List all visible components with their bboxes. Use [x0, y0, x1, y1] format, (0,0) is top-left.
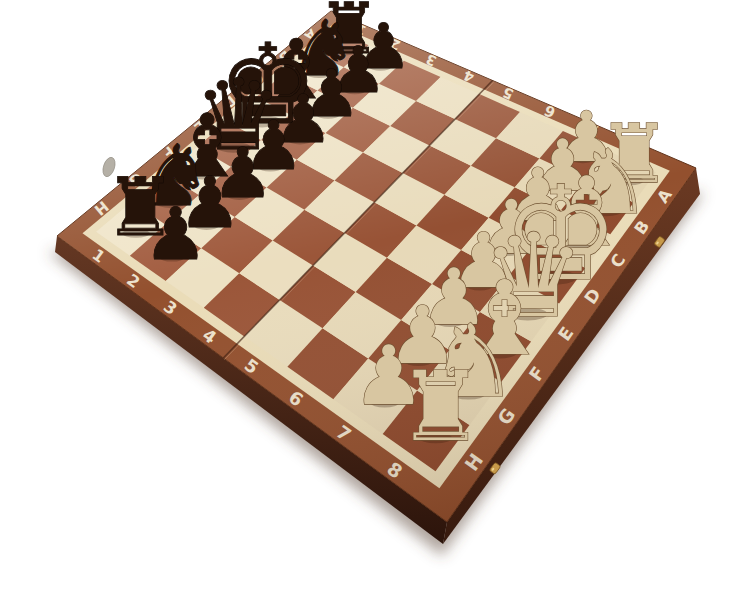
piece-white-rook-h8: ♜	[397, 351, 483, 463]
chess-board-scene: 1234567812345678HGFEDCBAHGFEDCBA♜♟♞♟♝♟♚♟…	[0, 0, 748, 589]
chess-set-photo: 1234567812345678HGFEDCBAHGFEDCBA♜♟♞♟♝♟♚♟…	[0, 0, 748, 589]
piece-black-pawn-h2: ♟	[143, 192, 208, 276]
